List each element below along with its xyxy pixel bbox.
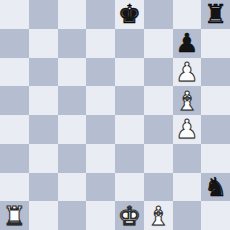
square-d1[interactable]: [86, 201, 115, 230]
piece-black-knight[interactable]: ♞: [201, 173, 230, 202]
square-b7[interactable]: [29, 29, 58, 58]
square-e2[interactable]: [115, 173, 144, 202]
square-c5[interactable]: [58, 86, 87, 115]
square-g1[interactable]: [173, 201, 202, 230]
piece-black-rook[interactable]: ♜: [201, 0, 230, 29]
piece-white-king[interactable]: ♚: [115, 201, 144, 230]
square-a5[interactable]: [0, 86, 29, 115]
chess-board: ♚♜♟♟♝♟♞♜♚♝: [0, 0, 230, 230]
square-h1[interactable]: [201, 201, 230, 230]
square-g2[interactable]: [173, 173, 202, 202]
square-a3[interactable]: [0, 144, 29, 173]
piece-white-pawn[interactable]: ♟: [173, 58, 202, 87]
square-e7[interactable]: [115, 29, 144, 58]
square-f1[interactable]: ♝: [144, 201, 173, 230]
square-c3[interactable]: [58, 144, 87, 173]
square-d6[interactable]: [86, 58, 115, 87]
square-h2[interactable]: ♞: [201, 173, 230, 202]
square-f6[interactable]: [144, 58, 173, 87]
square-h8[interactable]: ♜: [201, 0, 230, 29]
square-h7[interactable]: [201, 29, 230, 58]
square-d7[interactable]: [86, 29, 115, 58]
square-f8[interactable]: [144, 0, 173, 29]
square-a4[interactable]: [0, 115, 29, 144]
square-d8[interactable]: [86, 0, 115, 29]
square-a1[interactable]: ♜: [0, 201, 29, 230]
square-c8[interactable]: [58, 0, 87, 29]
square-a6[interactable]: [0, 58, 29, 87]
square-a8[interactable]: [0, 0, 29, 29]
square-g6[interactable]: ♟: [173, 58, 202, 87]
square-f7[interactable]: [144, 29, 173, 58]
square-a2[interactable]: [0, 173, 29, 202]
square-b1[interactable]: [29, 201, 58, 230]
square-d4[interactable]: [86, 115, 115, 144]
square-g4[interactable]: ♟: [173, 115, 202, 144]
square-g7[interactable]: ♟: [173, 29, 202, 58]
square-a7[interactable]: [0, 29, 29, 58]
square-e5[interactable]: [115, 86, 144, 115]
square-c6[interactable]: [58, 58, 87, 87]
square-e4[interactable]: [115, 115, 144, 144]
square-c4[interactable]: [58, 115, 87, 144]
piece-black-king[interactable]: ♚: [115, 0, 144, 29]
square-e3[interactable]: [115, 144, 144, 173]
square-b3[interactable]: [29, 144, 58, 173]
square-f2[interactable]: [144, 173, 173, 202]
square-d5[interactable]: [86, 86, 115, 115]
square-e6[interactable]: [115, 58, 144, 87]
square-f4[interactable]: [144, 115, 173, 144]
square-e8[interactable]: ♚: [115, 0, 144, 29]
square-e1[interactable]: ♚: [115, 201, 144, 230]
square-c1[interactable]: [58, 201, 87, 230]
square-h5[interactable]: [201, 86, 230, 115]
square-b8[interactable]: [29, 0, 58, 29]
square-g5[interactable]: ♝: [173, 86, 202, 115]
square-f5[interactable]: [144, 86, 173, 115]
square-b2[interactable]: [29, 173, 58, 202]
square-h3[interactable]: [201, 144, 230, 173]
square-b5[interactable]: [29, 86, 58, 115]
square-c2[interactable]: [58, 173, 87, 202]
square-f3[interactable]: [144, 144, 173, 173]
square-c7[interactable]: [58, 29, 87, 58]
square-d3[interactable]: [86, 144, 115, 173]
square-h6[interactable]: [201, 58, 230, 87]
square-b6[interactable]: [29, 58, 58, 87]
square-g8[interactable]: [173, 0, 202, 29]
piece-white-pawn[interactable]: ♟: [173, 115, 202, 144]
square-b4[interactable]: [29, 115, 58, 144]
piece-black-pawn[interactable]: ♟: [173, 29, 202, 58]
square-d2[interactable]: [86, 173, 115, 202]
square-g3[interactable]: [173, 144, 202, 173]
piece-white-bishop[interactable]: ♝: [173, 86, 202, 115]
piece-white-rook[interactable]: ♜: [0, 201, 29, 230]
piece-white-bishop[interactable]: ♝: [144, 201, 173, 230]
square-h4[interactable]: [201, 115, 230, 144]
